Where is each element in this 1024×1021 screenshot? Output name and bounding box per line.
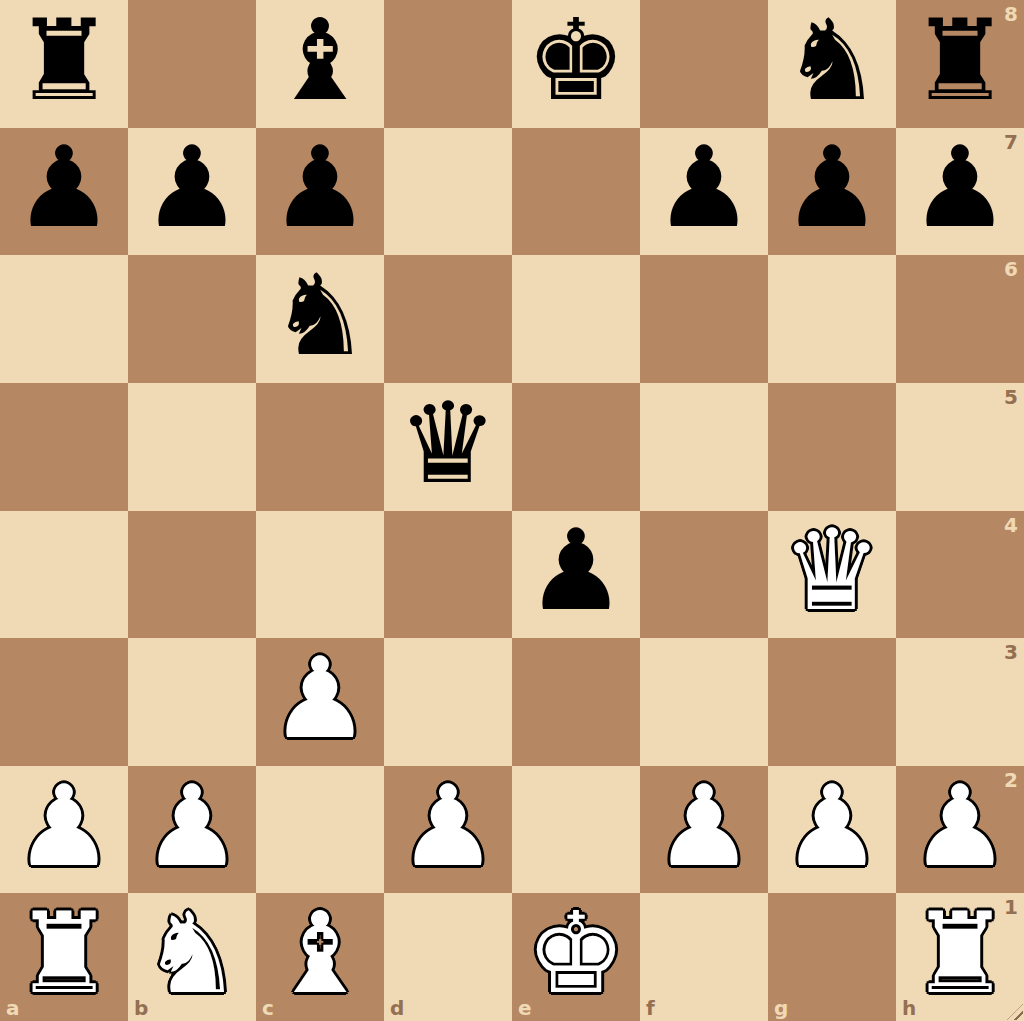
white-pawn[interactable]: ♟ [270,642,370,754]
square-f3[interactable] [640,638,768,766]
square-a8[interactable]: ♜ [0,0,128,128]
square-a1[interactable]: ♜a [0,893,128,1021]
white-pawn[interactable]: ♟ [654,770,754,882]
square-f5[interactable] [640,383,768,511]
square-h8[interactable]: ♜8 [896,0,1024,128]
square-d6[interactable] [384,255,512,383]
white-pawn[interactable]: ♟ [910,770,1010,882]
square-c6[interactable]: ♞ [256,255,384,383]
square-a3[interactable] [0,638,128,766]
black-pawn[interactable]: ♟ [142,131,242,243]
white-rook[interactable]: ♜ [910,897,1010,1009]
square-d7[interactable] [384,128,512,256]
black-pawn[interactable]: ♟ [270,131,370,243]
square-h7[interactable]: ♟7 [896,128,1024,256]
square-g3[interactable] [768,638,896,766]
white-pawn[interactable]: ♟ [142,770,242,882]
square-c3[interactable]: ♟ [256,638,384,766]
square-e3[interactable] [512,638,640,766]
black-pawn[interactable]: ♟ [526,514,626,626]
square-b1[interactable]: ♞b [128,893,256,1021]
coord-rank-3: 3 [1004,642,1018,662]
square-a6[interactable] [0,255,128,383]
square-h4[interactable]: 4 [896,511,1024,639]
square-e4[interactable]: ♟ [512,511,640,639]
coord-file-g: g [774,998,788,1018]
square-d5[interactable]: ♛ [384,383,512,511]
square-h6[interactable]: 6 [896,255,1024,383]
square-e8[interactable]: ♚ [512,0,640,128]
coord-rank-4: 4 [1004,515,1018,535]
square-c2[interactable] [256,766,384,894]
square-h5[interactable]: 5 [896,383,1024,511]
chess-board-wrap: ♜♝♚♞♜8♟♟♟♟♟♟7♞6♛5♟♛4♟3♟♟♟♟♟♟2♜a♞b♝cd♚efg… [0,0,1024,1021]
black-rook[interactable]: ♜ [910,4,1010,116]
square-f7[interactable]: ♟ [640,128,768,256]
black-queen[interactable]: ♛ [398,387,498,499]
square-f6[interactable] [640,255,768,383]
black-bishop[interactable]: ♝ [270,4,370,116]
square-b5[interactable] [128,383,256,511]
square-f2[interactable]: ♟ [640,766,768,894]
square-c8[interactable]: ♝ [256,0,384,128]
square-d8[interactable] [384,0,512,128]
square-a5[interactable] [0,383,128,511]
white-knight[interactable]: ♞ [142,897,242,1009]
square-f4[interactable] [640,511,768,639]
square-b4[interactable] [128,511,256,639]
white-rook[interactable]: ♜ [14,897,114,1009]
square-b7[interactable]: ♟ [128,128,256,256]
black-rook[interactable]: ♜ [14,4,114,116]
square-d4[interactable] [384,511,512,639]
black-pawn[interactable]: ♟ [910,131,1010,243]
square-g7[interactable]: ♟ [768,128,896,256]
square-g5[interactable] [768,383,896,511]
square-g4[interactable]: ♛ [768,511,896,639]
black-king[interactable]: ♚ [526,4,626,116]
square-e6[interactable] [512,255,640,383]
black-knight[interactable]: ♞ [782,4,882,116]
coord-file-d: d [390,998,404,1018]
coord-rank-6: 6 [1004,259,1018,279]
square-g8[interactable]: ♞ [768,0,896,128]
square-c4[interactable] [256,511,384,639]
square-d1[interactable]: d [384,893,512,1021]
square-e7[interactable] [512,128,640,256]
square-h2[interactable]: ♟2 [896,766,1024,894]
white-pawn[interactable]: ♟ [782,770,882,882]
square-f1[interactable]: f [640,893,768,1021]
white-king[interactable]: ♚ [526,897,626,1009]
square-b3[interactable] [128,638,256,766]
black-pawn[interactable]: ♟ [782,131,882,243]
square-e1[interactable]: ♚e [512,893,640,1021]
square-g1[interactable]: g [768,893,896,1021]
white-bishop[interactable]: ♝ [270,897,370,1009]
square-a2[interactable]: ♟ [0,766,128,894]
square-h3[interactable]: 3 [896,638,1024,766]
square-c1[interactable]: ♝c [256,893,384,1021]
square-d3[interactable] [384,638,512,766]
coord-file-f: f [646,998,655,1018]
white-queen[interactable]: ♛ [782,514,882,626]
black-knight[interactable]: ♞ [270,259,370,371]
square-e2[interactable] [512,766,640,894]
square-b6[interactable] [128,255,256,383]
square-b2[interactable]: ♟ [128,766,256,894]
square-g6[interactable] [768,255,896,383]
square-c7[interactable]: ♟ [256,128,384,256]
square-h1[interactable]: ♜1h [896,893,1024,1021]
square-b8[interactable] [128,0,256,128]
square-a7[interactable]: ♟ [0,128,128,256]
white-pawn[interactable]: ♟ [14,770,114,882]
square-g2[interactable]: ♟ [768,766,896,894]
white-pawn[interactable]: ♟ [398,770,498,882]
square-e5[interactable] [512,383,640,511]
square-c5[interactable] [256,383,384,511]
square-d2[interactable]: ♟ [384,766,512,894]
black-pawn[interactable]: ♟ [654,131,754,243]
square-a4[interactable] [0,511,128,639]
coord-rank-5: 5 [1004,387,1018,407]
black-pawn[interactable]: ♟ [14,131,114,243]
chess-board: ♜♝♚♞♜8♟♟♟♟♟♟7♞6♛5♟♛4♟3♟♟♟♟♟♟2♜a♞b♝cd♚efg… [0,0,1024,1021]
square-f8[interactable] [640,0,768,128]
